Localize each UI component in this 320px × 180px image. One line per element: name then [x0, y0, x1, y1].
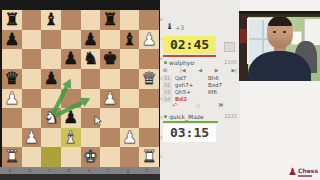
logo-pawn-icon: ♟ [288, 166, 297, 178]
material-score: +3 [175, 24, 184, 31]
square-c7[interactable] [41, 30, 61, 50]
square-f1[interactable] [100, 147, 120, 167]
square-h1[interactable]: ♜ [139, 147, 159, 167]
first-move-icon[interactable]: |◀ [180, 67, 186, 74]
square-c4[interactable] [41, 89, 61, 109]
move-nav-toolbar: ⊞ |◀ ◀ ▶ ▶| [163, 67, 237, 74]
black-rook[interactable]: ♜ [2, 10, 22, 30]
move-list: 31 Qd7 Bh6 32 gxh7+ Bxd7 33 Qh5+ Kf6 34 … [162, 75, 238, 103]
captured-material: ♝ +3 [166, 22, 184, 32]
square-a6[interactable] [2, 49, 22, 69]
move-number: 33 [162, 89, 172, 96]
square-b4[interactable] [22, 89, 42, 109]
square-e7[interactable]: ♟ [81, 30, 101, 50]
black-pawn[interactable]: ♟ [61, 49, 81, 69]
board-menu-icon[interactable]: ⊞ [163, 67, 167, 74]
white-move[interactable]: Qd7 [172, 75, 205, 82]
rank-label-8: 8 [160, 13, 163, 26]
square-g8[interactable] [120, 10, 140, 30]
rank-label-1: 1 [160, 151, 163, 164]
streamer-eye [273, 31, 276, 33]
black-bishop[interactable]: ♝ [120, 30, 140, 50]
top-player-name: walphyo [169, 59, 194, 66]
white-move[interactable]: Qh5+ [172, 89, 205, 96]
square-d1[interactable] [61, 147, 81, 167]
board-grid: ♜♝♜♟♟♝♟♟♞♚♛♟♛♟♟♞♟♟♝♟♜♚♜ [2, 10, 159, 167]
square-f6[interactable]: ♚ [100, 49, 120, 69]
move-number: 31 [162, 75, 172, 82]
white-king[interactable]: ♚ [81, 147, 101, 167]
square-e5[interactable] [81, 69, 101, 89]
file-label-h: h [140, 168, 155, 173]
bottom-player-rating: 2215 [224, 113, 237, 119]
square-h2[interactable] [139, 128, 159, 148]
channel-logo: ♟ Chess [288, 166, 318, 178]
black-pawn[interactable]: ♟ [81, 30, 101, 50]
move-row: 31 Qd7 Bh6 [162, 75, 238, 82]
black-pawn[interactable]: ♟ [2, 30, 22, 50]
square-b1[interactable] [22, 147, 42, 167]
black-rook[interactable]: ♜ [100, 10, 120, 30]
square-g4[interactable] [120, 89, 140, 109]
move-row: 32 gxh7+ Bxd7 [162, 82, 238, 89]
bottom-player-row[interactable]: quick_Maze 2215 [164, 112, 237, 120]
resign-flag-icon[interactable]: ⚑ [218, 102, 224, 111]
square-g1[interactable] [120, 147, 140, 167]
square-d4[interactable] [61, 89, 81, 109]
webcam-shelf-item [240, 29, 247, 43]
file-coordinates: abcdefgh [0, 167, 160, 174]
top-player-rating: 2100 [224, 59, 237, 65]
last-move-icon[interactable]: ▶| [231, 67, 237, 74]
black-pawn[interactable]: ♟ [41, 69, 61, 89]
game-actions: ↶ ☝ ⚑ [172, 102, 224, 111]
webcam-region: ♟ Chess [240, 0, 320, 180]
square-d8[interactable] [61, 10, 81, 30]
logo-text: Chess [298, 168, 318, 174]
square-f4[interactable]: ♟ [100, 89, 120, 109]
square-f7[interactable] [100, 30, 120, 50]
top-clock-bar [163, 55, 216, 57]
prev-move-icon[interactable]: ◀ [198, 67, 202, 74]
file-label-e: e [81, 168, 96, 173]
square-a1[interactable]: ♜ [2, 147, 22, 167]
white-rook[interactable]: ♜ [2, 147, 22, 167]
square-a4[interactable]: ♟ [2, 89, 22, 109]
white-move[interactable]: gxh7+ [172, 82, 205, 89]
square-a8[interactable]: ♜ [2, 10, 22, 30]
webcam-video [239, 11, 320, 81]
square-b3[interactable] [22, 108, 42, 128]
square-g7[interactable]: ♝ [120, 30, 140, 50]
webcam-top-band [239, 11, 320, 17]
square-d3[interactable]: ♟ [61, 108, 81, 128]
white-pawn[interactable]: ♟ [100, 89, 120, 109]
online-dot-icon [164, 61, 167, 64]
square-g3[interactable] [120, 108, 140, 128]
square-f2[interactable] [100, 128, 120, 148]
square-g2[interactable]: ♟ [120, 128, 140, 148]
square-h4[interactable] [139, 89, 159, 109]
takeback-icon[interactable]: ↶ [172, 102, 178, 111]
white-rook[interactable]: ♜ [139, 147, 159, 167]
square-e3[interactable] [81, 108, 101, 128]
black-knight[interactable]: ♞ [81, 49, 101, 69]
square-a5[interactable]: ♛ [2, 69, 22, 89]
square-d5[interactable] [61, 69, 81, 89]
square-b7[interactable] [22, 30, 42, 50]
square-g5[interactable] [120, 69, 140, 89]
top-player-clock: 02:45 [163, 36, 216, 54]
square-e6[interactable]: ♞ [81, 49, 101, 69]
black-pawn[interactable]: ♟ [61, 108, 81, 128]
file-label-b: b [22, 168, 37, 173]
black-bishop[interactable]: ♝ [41, 10, 61, 30]
square-h6[interactable] [139, 49, 159, 69]
square-c3[interactable]: ♞ [41, 108, 61, 128]
square-f3[interactable] [100, 108, 120, 128]
square-a3[interactable] [2, 108, 22, 128]
square-h7[interactable]: ♟ [139, 30, 159, 50]
black-move[interactable]: Bxd7 [205, 82, 238, 89]
move-row: 33 Qh5+ Kf6 [162, 89, 238, 96]
next-move-icon[interactable]: ▶ [215, 67, 219, 74]
file-label-f: f [101, 168, 116, 173]
square-e8[interactable] [81, 10, 101, 30]
logo-tagline [298, 175, 312, 177]
white-knight[interactable]: ♞ [41, 108, 61, 128]
square-g6[interactable] [120, 49, 140, 69]
move-number: 34 [162, 96, 172, 103]
board-bottom-band [0, 174, 160, 180]
white-bishop[interactable]: ♝ [61, 128, 81, 148]
white-pawn[interactable]: ♟ [2, 89, 22, 109]
file-label-g: g [120, 168, 135, 173]
square-c5[interactable]: ♟ [41, 69, 61, 89]
square-f5[interactable] [100, 69, 120, 89]
square-b6[interactable] [22, 49, 42, 69]
move-number: 32 [162, 82, 172, 89]
captured-bishop-icon: ♝ [166, 22, 173, 32]
chess-board: ♜♝♜♟♟♝♟♟♞♚♛♟♛♟♟♞♟♟♝♟♜♚♜ [2, 10, 159, 167]
white-pawn[interactable]: ♟ [120, 128, 140, 148]
square-c2[interactable] [41, 128, 61, 148]
square-h3[interactable] [139, 108, 159, 128]
draw-offer-icon[interactable]: ☝ [196, 102, 200, 111]
square-e2[interactable] [81, 128, 101, 148]
square-h5[interactable]: ♛ [139, 69, 159, 89]
file-label-c: c [42, 168, 57, 173]
streamer-face [267, 16, 293, 48]
stream-frame: ♜♝♜♟♟♝♟♟♞♚♛♟♛♟♟♞♟♟♝♟♜♚♜ abcdefgh 8765432… [0, 0, 320, 180]
square-c6[interactable] [41, 49, 61, 69]
square-c1[interactable] [41, 147, 61, 167]
streamer-eye [283, 31, 286, 33]
square-d6[interactable]: ♟ [61, 49, 81, 69]
square-b2[interactable]: ♟ [22, 128, 42, 148]
black-queen[interactable]: ♛ [2, 69, 22, 89]
square-e4[interactable] [81, 89, 101, 109]
online-dot-icon [164, 115, 167, 118]
square-d2[interactable]: ♝ [61, 128, 81, 148]
black-king[interactable]: ♚ [100, 49, 120, 69]
square-a2[interactable] [2, 128, 22, 148]
square-f8[interactable]: ♜ [100, 10, 120, 30]
square-e1[interactable]: ♚ [81, 147, 101, 167]
bottom-player-clock: 03:15 [163, 124, 216, 142]
black-move[interactable]: Bh6 [205, 75, 238, 82]
clock-settings-icon[interactable] [224, 42, 235, 52]
square-a7[interactable]: ♟ [2, 30, 22, 50]
board-region: ♜♝♜♟♟♝♟♟♞♚♛♟♛♟♟♞♟♟♝♟♜♚♜ abcdefgh [0, 0, 160, 180]
file-label-a: a [2, 168, 17, 173]
file-label-d: d [61, 168, 76, 173]
square-d7[interactable] [61, 30, 81, 50]
white-pawn[interactable]: ♟ [22, 128, 42, 148]
top-player-row[interactable]: walphyo 2100 [164, 58, 237, 66]
bottom-player-bar [163, 121, 218, 123]
square-b8[interactable] [22, 10, 42, 30]
white-pawn[interactable]: ♟ [139, 30, 159, 50]
black-move[interactable]: Kf6 [205, 89, 238, 96]
white-queen[interactable]: ♛ [139, 69, 159, 89]
square-c8[interactable]: ♝ [41, 10, 61, 30]
game-panel: 87654321 ♝ +3 02:45 walphyo 2100 ⊞ |◀ ◀ … [160, 0, 240, 180]
square-b5[interactable] [22, 69, 42, 89]
bottom-player-name: quick_Maze [169, 113, 204, 120]
square-h8[interactable] [139, 10, 159, 30]
